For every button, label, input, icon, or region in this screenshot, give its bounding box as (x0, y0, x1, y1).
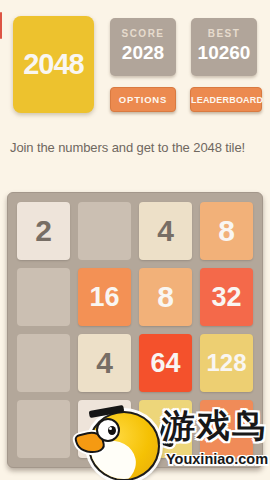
empty-cell (17, 268, 70, 326)
tile-128: 128 (200, 334, 253, 392)
tile-8: 8 (200, 202, 253, 260)
tile-covered (139, 400, 192, 458)
tile-covered (78, 400, 131, 458)
best-value: 10260 (191, 42, 257, 64)
best-box: BEST 10260 (191, 18, 257, 76)
tile-covered (200, 400, 253, 458)
score-box: SCORE 2028 (110, 18, 176, 76)
left-edge-artifact (0, 12, 2, 39)
tile-64: 64 (139, 334, 192, 392)
empty-cell (78, 202, 131, 260)
tile-32: 32 (200, 268, 253, 326)
tile-8: 8 (139, 268, 192, 326)
tile-2: 2 (17, 202, 70, 260)
leaderboard-button[interactable]: LEADERBOARD (190, 87, 262, 112)
score-label: SCORE (110, 28, 176, 39)
game-board[interactable]: 24816832464128 (7, 192, 263, 468)
tile-4: 4 (139, 202, 192, 260)
best-label: BEST (191, 28, 257, 39)
empty-cell (17, 334, 70, 392)
score-value: 2028 (110, 42, 176, 64)
logo-tile-2048: 2048 (13, 16, 94, 113)
empty-cell (17, 400, 70, 458)
game-screen: 2048 SCORE 2028 BEST 10260 OPTIONS LEADE… (0, 0, 270, 480)
tagline: Join the numbers and get to the 2048 til… (10, 140, 245, 155)
tile-16: 16 (78, 268, 131, 326)
options-button[interactable]: OPTIONS (110, 87, 176, 112)
tile-4: 4 (78, 334, 131, 392)
